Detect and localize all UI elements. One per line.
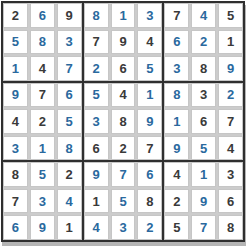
sudoku-block: 413296578 xyxy=(164,162,243,240)
sudoku-cell-r7c5[interactable]: 7 xyxy=(111,162,136,187)
sudoku-cell-r4c2[interactable]: 7 xyxy=(30,83,55,108)
sudoku-cell-r1c4[interactable]: 8 xyxy=(84,3,109,28)
cell-digit: 2 xyxy=(227,88,234,101)
cell-digit: 8 xyxy=(39,35,46,48)
cell-digit: 5 xyxy=(12,35,19,48)
sudoku-cell-r5c5[interactable]: 8 xyxy=(111,109,136,134)
cell-digit: 1 xyxy=(92,195,99,208)
sudoku-cell-r9c3[interactable]: 1 xyxy=(57,215,82,240)
sudoku-cell-r4c1[interactable]: 9 xyxy=(3,83,28,108)
sudoku-cell-r8c4[interactable]: 1 xyxy=(84,189,109,214)
sudoku-cell-r4c5[interactable]: 4 xyxy=(111,83,136,108)
cell-digit: 3 xyxy=(66,35,73,48)
cell-digit: 1 xyxy=(39,142,46,155)
cell-digit: 7 xyxy=(119,168,126,181)
cell-digit: 7 xyxy=(66,62,73,75)
cell-digit: 8 xyxy=(66,142,73,155)
cell-digit: 2 xyxy=(12,9,19,22)
cell-digit: 7 xyxy=(173,9,180,22)
cell-digit: 3 xyxy=(146,9,153,22)
cell-digit: 5 xyxy=(173,221,180,234)
sudoku-cell-r6c4[interactable]: 6 xyxy=(84,136,109,161)
sudoku-cell-r1c1[interactable]: 2 xyxy=(3,3,28,28)
sudoku-cell-r9c1[interactable]: 6 xyxy=(3,215,28,240)
sudoku-cell-r7c4[interactable]: 9 xyxy=(84,162,109,187)
cell-digit: 2 xyxy=(200,35,207,48)
sudoku-cell-r3c6[interactable]: 5 xyxy=(137,56,162,81)
cell-digit: 6 xyxy=(146,168,153,181)
sudoku-cell-r1c8[interactable]: 4 xyxy=(191,3,216,28)
cell-digit: 9 xyxy=(146,115,153,128)
cell-digit: 4 xyxy=(173,168,180,181)
cell-digit: 5 xyxy=(146,62,153,75)
sudoku-cell-r6c7[interactable]: 9 xyxy=(164,136,189,161)
sudoku-cell-r4c6[interactable]: 1 xyxy=(137,83,162,108)
cell-digit: 2 xyxy=(173,195,180,208)
cell-digit: 1 xyxy=(12,62,19,75)
sudoku-block: 832167954 xyxy=(164,83,243,161)
cell-digit: 4 xyxy=(146,35,153,48)
sudoku-cell-r6c9[interactable]: 4 xyxy=(218,136,243,161)
sudoku-cell-r4c9[interactable]: 2 xyxy=(218,83,243,108)
sudoku-cell-r2c2[interactable]: 8 xyxy=(30,30,55,55)
sudoku-cell-r5c8[interactable]: 6 xyxy=(191,109,216,134)
sudoku-cell-r1c3[interactable]: 9 xyxy=(57,3,82,28)
sudoku-cell-r3c9[interactable]: 9 xyxy=(218,56,243,81)
sudoku-block: 976158432 xyxy=(84,162,163,240)
cell-digit: 2 xyxy=(66,168,73,181)
sudoku-cell-r4c8[interactable]: 3 xyxy=(191,83,216,108)
cell-digit: 2 xyxy=(119,142,126,155)
cell-digit: 4 xyxy=(119,88,126,101)
cell-digit: 6 xyxy=(173,35,180,48)
cell-digit: 6 xyxy=(12,221,19,234)
cell-digit: 1 xyxy=(66,221,73,234)
cell-digit: 1 xyxy=(227,35,234,48)
cell-digit: 6 xyxy=(227,195,234,208)
sudoku-cell-r5c3[interactable]: 5 xyxy=(57,109,82,134)
sudoku-cell-r9c5[interactable]: 3 xyxy=(111,215,136,240)
cell-digit: 7 xyxy=(12,195,19,208)
cell-digit: 5 xyxy=(227,9,234,22)
cell-digit: 8 xyxy=(12,168,19,181)
sudoku-cell-r5c2[interactable]: 2 xyxy=(30,109,55,134)
cell-digit: 8 xyxy=(227,221,234,234)
cell-digit: 6 xyxy=(92,142,99,155)
sudoku-cell-r5c4[interactable]: 3 xyxy=(84,109,109,134)
cell-digit: 4 xyxy=(12,115,19,128)
sudoku-cell-r1c5[interactable]: 1 xyxy=(111,3,136,28)
sudoku-cell-r8c6[interactable]: 8 xyxy=(137,189,162,214)
sudoku-cell-r8c7[interactable]: 2 xyxy=(164,189,189,214)
cell-digit: 6 xyxy=(39,9,46,22)
cell-digit: 6 xyxy=(119,62,126,75)
cell-digit: 8 xyxy=(119,115,126,128)
sudoku-cell-r1c2[interactable]: 6 xyxy=(30,3,55,28)
sudoku-cell-r3c8[interactable]: 8 xyxy=(191,56,216,81)
cell-digit: 9 xyxy=(119,35,126,48)
sudoku-block: 813794265 xyxy=(84,3,163,81)
sudoku-cell-r2c1[interactable]: 5 xyxy=(3,30,28,55)
cell-digit: 3 xyxy=(173,62,180,75)
sudoku-cell-r3c2[interactable]: 4 xyxy=(30,56,55,81)
sudoku-cell-r9c2[interactable]: 9 xyxy=(30,215,55,240)
cell-digit: 9 xyxy=(12,88,19,101)
cell-digit: 9 xyxy=(200,195,207,208)
sudoku-cell-r9c4[interactable]: 4 xyxy=(84,215,109,240)
sudoku-cell-r4c7[interactable]: 8 xyxy=(164,83,189,108)
cell-digit: 8 xyxy=(146,195,153,208)
sudoku-cell-r7c7[interactable]: 4 xyxy=(164,162,189,187)
cell-digit: 7 xyxy=(146,142,153,155)
cell-digit: 1 xyxy=(119,9,126,22)
cell-digit: 1 xyxy=(146,88,153,101)
sudoku-cell-r2c7[interactable]: 6 xyxy=(164,30,189,55)
sudoku-cell-r3c1[interactable]: 1 xyxy=(3,56,28,81)
sudoku-cell-r6c3[interactable]: 8 xyxy=(57,136,82,161)
sudoku-cell-r2c9[interactable]: 1 xyxy=(218,30,243,55)
cell-digit: 9 xyxy=(227,62,234,75)
sudoku-cell-r3c7[interactable]: 3 xyxy=(164,56,189,81)
sudoku-cell-r9c6[interactable]: 2 xyxy=(137,215,162,240)
cell-digit: 2 xyxy=(92,62,99,75)
cell-digit: 3 xyxy=(119,221,126,234)
cell-digit: 8 xyxy=(92,9,99,22)
cell-digit: 2 xyxy=(146,221,153,234)
cell-digit: 9 xyxy=(92,168,99,181)
sudoku-cell-r4c3[interactable]: 6 xyxy=(57,83,82,108)
cell-digit: 5 xyxy=(39,168,46,181)
cell-digit: 3 xyxy=(12,142,19,155)
sudoku-block: 976425318 xyxy=(3,83,82,161)
sudoku-cell-r8c5[interactable]: 5 xyxy=(111,189,136,214)
sudoku-block: 541389627 xyxy=(84,83,163,161)
cell-digit: 7 xyxy=(39,88,46,101)
sudoku-cell-r5c1[interactable]: 4 xyxy=(3,109,28,134)
sudoku-cell-r5c7[interactable]: 1 xyxy=(164,109,189,134)
sudoku-cell-r8c3[interactable]: 4 xyxy=(57,189,82,214)
cell-digit: 1 xyxy=(200,168,207,181)
sudoku-cell-r2c3[interactable]: 3 xyxy=(57,30,82,55)
sudoku-cell-r3c4[interactable]: 2 xyxy=(84,56,109,81)
sudoku-block: 269583147 xyxy=(3,3,82,81)
sudoku-cell-r6c5[interactable]: 2 xyxy=(111,136,136,161)
cell-digit: 9 xyxy=(66,9,73,22)
cell-digit: 7 xyxy=(200,221,207,234)
sudoku-cell-r6c1[interactable]: 3 xyxy=(3,136,28,161)
sudoku-cell-r2c8[interactable]: 2 xyxy=(191,30,216,55)
sudoku-cell-r8c2[interactable]: 3 xyxy=(30,189,55,214)
cell-digit: 5 xyxy=(119,195,126,208)
sudoku-cell-r1c6[interactable]: 3 xyxy=(137,3,162,28)
sudoku-cell-r7c6[interactable]: 6 xyxy=(137,162,162,187)
cell-digit: 3 xyxy=(227,168,234,181)
sudoku-board: 2695831478137942657456213899764253185413… xyxy=(1,1,245,242)
sudoku-cell-r7c1[interactable]: 8 xyxy=(3,162,28,187)
sudoku-cell-r1c9[interactable]: 5 xyxy=(218,3,243,28)
cell-digit: 2 xyxy=(39,115,46,128)
cell-digit: 8 xyxy=(173,88,180,101)
sudoku-cell-r9c8[interactable]: 7 xyxy=(191,215,216,240)
sudoku-cell-r8c1[interactable]: 7 xyxy=(3,189,28,214)
sudoku-cell-r5c6[interactable]: 9 xyxy=(137,109,162,134)
cell-digit: 4 xyxy=(227,142,234,155)
sudoku-cell-r9c9[interactable]: 8 xyxy=(218,215,243,240)
sudoku-cell-r7c8[interactable]: 1 xyxy=(191,162,216,187)
cell-digit: 4 xyxy=(66,195,73,208)
sudoku-block: 852734691 xyxy=(3,162,82,240)
sudoku-cell-r4c4[interactable]: 5 xyxy=(84,83,109,108)
cell-digit: 4 xyxy=(39,62,46,75)
cell-digit: 7 xyxy=(92,35,99,48)
sudoku-cell-r7c3[interactable]: 2 xyxy=(57,162,82,187)
cell-digit: 6 xyxy=(200,115,207,128)
cell-digit: 4 xyxy=(200,9,207,22)
cell-digit: 8 xyxy=(200,62,207,75)
cell-digit: 5 xyxy=(200,142,207,155)
sudoku-cell-r6c8[interactable]: 5 xyxy=(191,136,216,161)
cell-digit: 4 xyxy=(92,221,99,234)
cell-digit: 7 xyxy=(227,115,234,128)
cell-digit: 3 xyxy=(39,195,46,208)
cell-digit: 9 xyxy=(173,142,180,155)
sudoku-cell-r6c6[interactable]: 7 xyxy=(137,136,162,161)
sudoku-cell-r8c9[interactable]: 6 xyxy=(218,189,243,214)
cell-digit: 3 xyxy=(92,115,99,128)
sudoku-cell-r8c8[interactable]: 9 xyxy=(191,189,216,214)
cell-digit: 1 xyxy=(173,115,180,128)
sudoku-cell-r7c2[interactable]: 5 xyxy=(30,162,55,187)
sudoku-cell-r3c3[interactable]: 7 xyxy=(57,56,82,81)
sudoku-cell-r2c4[interactable]: 7 xyxy=(84,30,109,55)
sudoku-block: 745621389 xyxy=(164,3,243,81)
sudoku-cell-r7c9[interactable]: 3 xyxy=(218,162,243,187)
sudoku-cell-r5c9[interactable]: 7 xyxy=(218,109,243,134)
sudoku-cell-r9c7[interactable]: 5 xyxy=(164,215,189,240)
cell-digit: 9 xyxy=(39,221,46,234)
cell-digit: 6 xyxy=(66,88,73,101)
sudoku-cell-r2c6[interactable]: 4 xyxy=(137,30,162,55)
sudoku-cell-r6c2[interactable]: 1 xyxy=(30,136,55,161)
cell-digit: 5 xyxy=(92,88,99,101)
sudoku-cell-r2c5[interactable]: 9 xyxy=(111,30,136,55)
sudoku-cell-r1c7[interactable]: 7 xyxy=(164,3,189,28)
cell-digit: 5 xyxy=(66,115,73,128)
cell-digit: 3 xyxy=(200,88,207,101)
sudoku-cell-r3c5[interactable]: 6 xyxy=(111,56,136,81)
